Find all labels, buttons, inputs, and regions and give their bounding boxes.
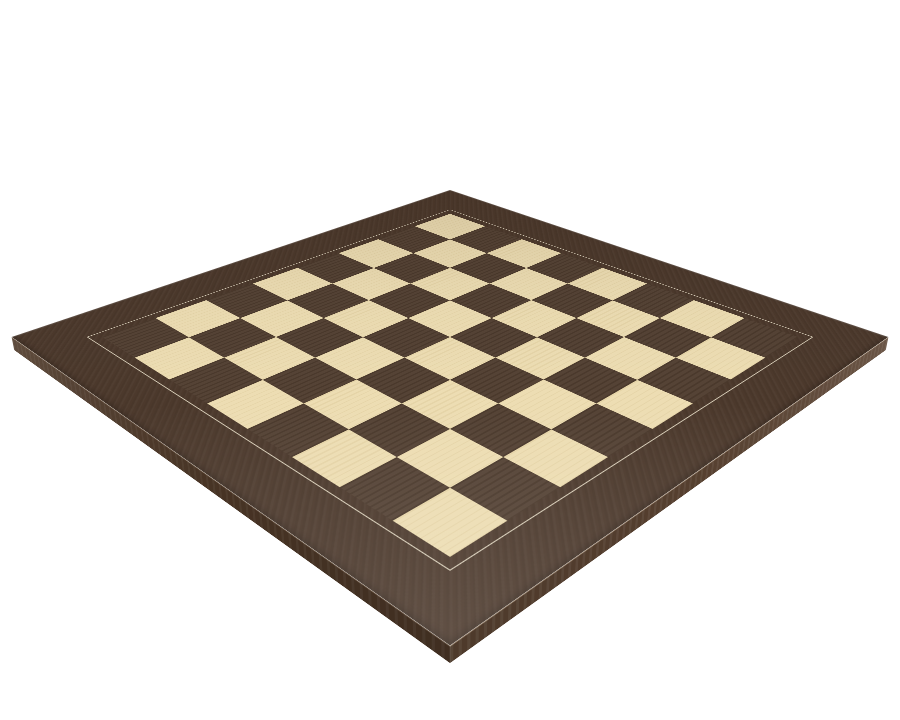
square-e4 [405,337,495,379]
square-d3 [315,337,405,379]
square-d2 [263,357,357,403]
chess-board [12,190,889,646]
playing-field [102,214,798,557]
square-f5 [495,337,585,379]
square-h2 [450,457,560,521]
square-f3 [401,379,498,428]
square-g5 [544,357,638,403]
square-g3 [450,403,551,457]
square-f4 [450,357,544,403]
product-photo [0,0,900,720]
photo-scene [0,0,900,720]
square-f2 [349,403,450,457]
square-h5 [596,379,693,428]
square-c1 [169,357,263,403]
square-h7 [675,337,765,379]
square-g4 [499,379,596,428]
square-e3 [356,357,450,403]
square-g2 [397,429,503,487]
square-e2 [304,379,401,428]
square-b1 [134,337,224,379]
square-h1 [392,487,507,557]
square-h6 [637,357,731,403]
square-c2 [225,337,315,379]
square-h3 [503,429,609,487]
square-f1 [292,429,398,487]
square-h4 [551,403,652,457]
square-d1 [207,379,304,428]
square-e1 [248,403,349,457]
square-g6 [585,337,675,379]
square-g1 [340,457,450,521]
board-top-face [12,190,889,646]
